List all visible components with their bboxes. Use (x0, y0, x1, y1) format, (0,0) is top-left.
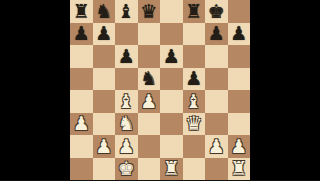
white-knight: ♞ (118, 114, 135, 133)
black-knight: ♞ (95, 1, 112, 20)
square-b6[interactable] (93, 45, 116, 68)
square-h6[interactable] (228, 45, 251, 68)
square-f2[interactable] (183, 135, 206, 158)
square-c2[interactable]: ♟ (115, 135, 138, 158)
square-d3[interactable] (138, 113, 161, 136)
square-g2[interactable]: ♟ (205, 135, 228, 158)
square-d8[interactable]: ♛ (138, 0, 161, 23)
square-d5[interactable]: ♞ (138, 68, 161, 91)
white-queen: ♛ (185, 114, 202, 133)
white-rook: ♜ (230, 159, 247, 178)
square-f4[interactable]: ♝ (183, 90, 206, 113)
square-g5[interactable] (205, 68, 228, 91)
square-a7[interactable]: ♟ (70, 23, 93, 46)
square-g8[interactable]: ♚ (205, 0, 228, 23)
square-a6[interactable] (70, 45, 93, 68)
square-e2[interactable] (160, 135, 183, 158)
square-e7[interactable] (160, 23, 183, 46)
square-f6[interactable] (183, 45, 206, 68)
white-pawn: ♟ (118, 136, 135, 155)
white-king: ♚ (118, 159, 135, 178)
chess-board: ♜♞♝♛♜♚♟♟♟♟♟♟♞♟♝♟♝♟♞♛♟♟♟♟♚♜♜ (70, 0, 250, 180)
square-c6[interactable]: ♟ (115, 45, 138, 68)
square-c7[interactable] (115, 23, 138, 46)
square-e1[interactable]: ♜ (160, 158, 183, 181)
white-bishop: ♝ (185, 91, 202, 110)
black-knight: ♞ (140, 69, 157, 88)
square-g1[interactable] (205, 158, 228, 181)
black-queen: ♛ (140, 1, 157, 20)
white-pawn: ♟ (73, 114, 90, 133)
black-pawn: ♟ (73, 24, 90, 43)
square-a8[interactable]: ♜ (70, 0, 93, 23)
white-pawn: ♟ (208, 136, 225, 155)
square-c4[interactable]: ♝ (115, 90, 138, 113)
chess-video-frame: ♜♞♝♛♜♚♟♟♟♟♟♟♞♟♝♟♝♟♞♛♟♟♟♟♚♜♜ (0, 0, 320, 180)
square-c8[interactable]: ♝ (115, 0, 138, 23)
black-rook: ♜ (185, 1, 202, 20)
square-h3[interactable] (228, 113, 251, 136)
square-f3[interactable]: ♛ (183, 113, 206, 136)
square-e8[interactable] (160, 0, 183, 23)
square-a5[interactable] (70, 68, 93, 91)
square-d4[interactable]: ♟ (138, 90, 161, 113)
square-a2[interactable] (70, 135, 93, 158)
black-pawn: ♟ (118, 46, 135, 65)
black-pawn: ♟ (230, 24, 247, 43)
square-c1[interactable]: ♚ (115, 158, 138, 181)
square-h7[interactable]: ♟ (228, 23, 251, 46)
square-d7[interactable] (138, 23, 161, 46)
square-b4[interactable] (93, 90, 116, 113)
letterbox-left (0, 0, 70, 180)
square-g3[interactable] (205, 113, 228, 136)
square-h1[interactable]: ♜ (228, 158, 251, 181)
white-pawn: ♟ (230, 136, 247, 155)
square-d2[interactable] (138, 135, 161, 158)
square-b1[interactable] (93, 158, 116, 181)
square-b3[interactable] (93, 113, 116, 136)
black-pawn: ♟ (95, 24, 112, 43)
white-bishop: ♝ (118, 91, 135, 110)
square-h2[interactable]: ♟ (228, 135, 251, 158)
square-a3[interactable]: ♟ (70, 113, 93, 136)
black-king: ♚ (208, 1, 225, 20)
white-rook: ♜ (163, 159, 180, 178)
square-f8[interactable]: ♜ (183, 0, 206, 23)
square-f7[interactable] (183, 23, 206, 46)
black-bishop: ♝ (118, 1, 135, 20)
black-pawn: ♟ (185, 69, 202, 88)
square-a1[interactable] (70, 158, 93, 181)
white-pawn: ♟ (140, 91, 157, 110)
square-b7[interactable]: ♟ (93, 23, 116, 46)
square-g7[interactable]: ♟ (205, 23, 228, 46)
square-h8[interactable] (228, 0, 251, 23)
square-e4[interactable] (160, 90, 183, 113)
white-pawn: ♟ (95, 136, 112, 155)
square-d6[interactable] (138, 45, 161, 68)
square-c5[interactable] (115, 68, 138, 91)
black-rook: ♜ (73, 1, 90, 20)
black-pawn: ♟ (163, 46, 180, 65)
square-g4[interactable] (205, 90, 228, 113)
square-b5[interactable] (93, 68, 116, 91)
letterbox-right (250, 0, 320, 180)
square-b8[interactable]: ♞ (93, 0, 116, 23)
square-e6[interactable]: ♟ (160, 45, 183, 68)
square-a4[interactable] (70, 90, 93, 113)
square-g6[interactable] (205, 45, 228, 68)
square-f5[interactable]: ♟ (183, 68, 206, 91)
square-f1[interactable] (183, 158, 206, 181)
square-d1[interactable] (138, 158, 161, 181)
square-h4[interactable] (228, 90, 251, 113)
square-b2[interactable]: ♟ (93, 135, 116, 158)
square-e5[interactable] (160, 68, 183, 91)
black-pawn: ♟ (208, 24, 225, 43)
square-c3[interactable]: ♞ (115, 113, 138, 136)
square-h5[interactable] (228, 68, 251, 91)
square-e3[interactable] (160, 113, 183, 136)
